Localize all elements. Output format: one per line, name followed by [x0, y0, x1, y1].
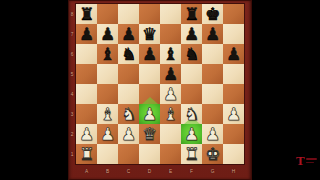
black-pawn: ♟: [121, 24, 136, 44]
rank-label-1: 1: [69, 146, 75, 162]
square-e2[interactable]: [160, 124, 181, 144]
white-queen: ♛: [142, 124, 157, 144]
black-pawn: ♟: [100, 24, 115, 44]
square-g7[interactable]: ♟: [202, 24, 223, 44]
rank-label-7: 7: [69, 26, 75, 42]
watermark-logo: T: [296, 154, 318, 174]
watermark-text-lines: [306, 158, 317, 163]
black-rook: ♜: [184, 4, 199, 24]
square-g8[interactable]: ♚: [202, 4, 223, 24]
square-g1[interactable]: ♚: [202, 144, 223, 164]
file-label-d: D: [141, 166, 158, 176]
square-c3[interactable]: ♞: [118, 104, 139, 124]
square-b5[interactable]: [97, 64, 118, 84]
white-pawn: ♟: [142, 104, 157, 124]
square-d5[interactable]: [139, 64, 160, 84]
square-h7[interactable]: [223, 24, 244, 44]
white-rook: ♜: [184, 144, 199, 164]
square-g5[interactable]: [202, 64, 223, 84]
square-h4[interactable]: [223, 84, 244, 104]
square-a2[interactable]: ♟: [76, 124, 97, 144]
square-b1[interactable]: [97, 144, 118, 164]
square-f7[interactable]: ♟: [181, 24, 202, 44]
white-pawn: ♟: [205, 124, 220, 144]
square-h8[interactable]: [223, 4, 244, 24]
watermark-letter: T: [296, 154, 305, 168]
square-e4[interactable]: ♟: [160, 84, 181, 104]
black-pawn: ♟: [184, 24, 199, 44]
black-rook: ♜: [79, 4, 94, 24]
white-king: ♚: [205, 144, 220, 164]
video-frame: 87654321 ♜♜♚♟♟♟♛♟♟♝♞♟♝♞♟♟♟♝♞♟♝♞♟♟♟♟♛♟♟♜♜…: [0, 0, 320, 180]
square-c7[interactable]: ♟: [118, 24, 139, 44]
rank-label-4: 4: [69, 86, 75, 102]
board-grid: ♜♜♚♟♟♟♛♟♟♝♞♟♝♞♟♟♟♝♞♟♝♞♟♟♟♟♛♟♟♜♜♚: [76, 4, 244, 164]
black-queen: ♛: [142, 24, 157, 44]
rank-labels: 87654321: [68, 4, 76, 164]
black-king: ♚: [205, 4, 220, 24]
black-bishop: ♝: [163, 44, 178, 64]
black-pawn: ♟: [163, 64, 178, 84]
file-labels: ABCDEFGH: [76, 165, 244, 177]
square-a8[interactable]: ♜: [76, 4, 97, 24]
square-d6[interactable]: ♟: [139, 44, 160, 64]
square-f6[interactable]: ♞: [181, 44, 202, 64]
square-e1[interactable]: [160, 144, 181, 164]
square-a7[interactable]: ♟: [76, 24, 97, 44]
square-c4[interactable]: [118, 84, 139, 104]
rank-label-8: 8: [69, 6, 75, 22]
square-c1[interactable]: [118, 144, 139, 164]
white-bishop: ♝: [163, 104, 178, 124]
square-d1[interactable]: [139, 144, 160, 164]
square-c2[interactable]: ♟: [118, 124, 139, 144]
file-label-e: E: [162, 166, 179, 176]
white-bishop: ♝: [100, 104, 115, 124]
file-label-b: B: [99, 166, 116, 176]
black-knight: ♞: [184, 44, 199, 64]
rank-label-3: 3: [69, 106, 75, 122]
square-g6[interactable]: [202, 44, 223, 64]
rank-label-2: 2: [69, 126, 75, 142]
black-pawn: ♟: [79, 24, 94, 44]
square-e5[interactable]: ♟: [160, 64, 181, 84]
white-pawn: ♟: [184, 124, 199, 144]
white-pawn: ♟: [163, 84, 178, 104]
square-h3[interactable]: ♟: [223, 104, 244, 124]
square-b6[interactable]: ♝: [97, 44, 118, 64]
file-label-g: G: [204, 166, 221, 176]
square-b3[interactable]: ♝: [97, 104, 118, 124]
square-f3[interactable]: ♞: [181, 104, 202, 124]
square-d3[interactable]: ♟: [139, 104, 160, 124]
square-h6[interactable]: ♟: [223, 44, 244, 64]
square-h5[interactable]: [223, 64, 244, 84]
white-knight: ♞: [184, 104, 199, 124]
square-c8[interactable]: [118, 4, 139, 24]
black-pawn: ♟: [226, 44, 241, 64]
square-g4[interactable]: [202, 84, 223, 104]
rank-label-5: 5: [69, 66, 75, 82]
black-pawn: ♟: [205, 24, 220, 44]
square-d7[interactable]: ♛: [139, 24, 160, 44]
rank-label-6: 6: [69, 46, 75, 62]
square-g2[interactable]: ♟: [202, 124, 223, 144]
white-pawn: ♟: [79, 124, 94, 144]
white-pawn: ♟: [100, 124, 115, 144]
square-g3[interactable]: [202, 104, 223, 124]
square-e3[interactable]: ♝: [160, 104, 181, 124]
square-b2[interactable]: ♟: [97, 124, 118, 144]
square-f1[interactable]: ♜: [181, 144, 202, 164]
square-a6[interactable]: [76, 44, 97, 64]
white-pawn: ♟: [226, 104, 241, 124]
white-knight: ♞: [121, 104, 136, 124]
file-label-c: C: [120, 166, 137, 176]
square-a3[interactable]: [76, 104, 97, 124]
square-f8[interactable]: ♜: [181, 4, 202, 24]
file-label-f: F: [183, 166, 200, 176]
square-d2[interactable]: ♛: [139, 124, 160, 144]
square-e8[interactable]: [160, 4, 181, 24]
square-h2[interactable]: [223, 124, 244, 144]
square-e6[interactable]: ♝: [160, 44, 181, 64]
square-a1[interactable]: ♜: [76, 144, 97, 164]
square-f4[interactable]: [181, 84, 202, 104]
square-b4[interactable]: [97, 84, 118, 104]
black-knight: ♞: [121, 44, 136, 64]
square-a5[interactable]: [76, 64, 97, 84]
square-d8[interactable]: [139, 4, 160, 24]
square-f5[interactable]: [181, 64, 202, 84]
chess-board: 87654321 ♜♜♚♟♟♟♛♟♟♝♞♟♝♞♟♟♟♝♞♟♝♞♟♟♟♟♛♟♟♜♜…: [68, 0, 252, 180]
black-bishop: ♝: [100, 44, 115, 64]
black-pawn: ♟: [142, 44, 157, 64]
square-e7[interactable]: [160, 24, 181, 44]
white-pawn: ♟: [121, 124, 136, 144]
file-label-a: A: [78, 166, 95, 176]
square-f2[interactable]: ♟: [181, 124, 202, 144]
square-c5[interactable]: [118, 64, 139, 84]
file-label-h: H: [225, 166, 242, 176]
white-rook: ♜: [79, 144, 94, 164]
square-c6[interactable]: ♞: [118, 44, 139, 64]
square-b8[interactable]: [97, 4, 118, 24]
square-h1[interactable]: [223, 144, 244, 164]
square-b7[interactable]: ♟: [97, 24, 118, 44]
square-a4[interactable]: [76, 84, 97, 104]
